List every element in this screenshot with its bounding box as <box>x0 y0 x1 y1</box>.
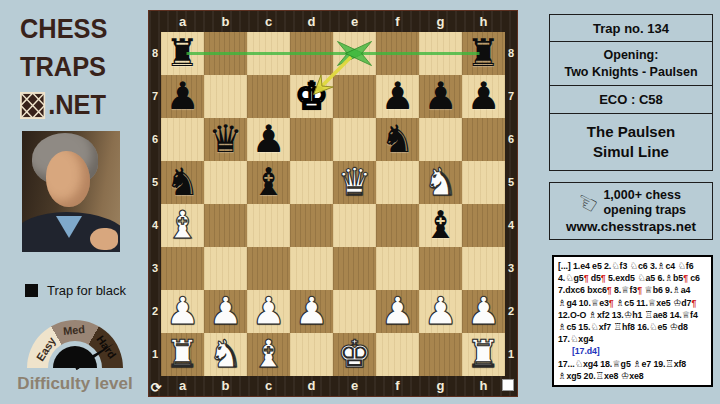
move-text: hf8 16. <box>622 322 649 332</box>
square-g4[interactable]: ♝ <box>419 204 462 247</box>
eco-code: ECO : C58 <box>599 92 663 107</box>
file-labels-top: abcdefgh <box>161 11 505 32</box>
key-move-mark: ¶ <box>609 298 614 308</box>
coord-label-6: 6 <box>149 118 161 161</box>
coord-label-e: e <box>333 11 376 32</box>
move-text: 8. <box>612 285 621 295</box>
square-a2[interactable]: ♟ <box>161 290 204 333</box>
black-bishop-c5[interactable]: ♝ <box>251 161 285 204</box>
square-h6[interactable] <box>462 118 505 161</box>
difficulty-gauge: Easy Med Hard <box>27 320 123 368</box>
move-text: xe8 <box>629 371 643 381</box>
square-a4[interactable]: ♝ <box>161 204 204 247</box>
figurine: ♘ <box>575 358 583 369</box>
variation-line: [17.d4] <box>572 345 708 357</box>
square-e8[interactable] <box>333 32 376 75</box>
black-rook-h8[interactable]: ♜ <box>466 32 500 75</box>
site-logo: CHESS TRAPS .NET <box>20 10 107 124</box>
coord-label-7: 7 <box>149 75 161 118</box>
move-text: f3 <box>620 261 630 271</box>
square-a3[interactable] <box>161 247 204 290</box>
key-move-mark: ¶ <box>691 298 696 308</box>
square-a7[interactable]: ♟ <box>161 75 204 118</box>
trap-side-label: Trap for black <box>47 283 126 298</box>
opening-label: Opening: <box>550 47 712 64</box>
opening-name: Two Knights - Paulsen <box>550 64 712 81</box>
square-c7[interactable] <box>247 75 290 118</box>
move-text: xe8 <box>604 371 621 381</box>
move-text: 5.exd5 <box>606 273 637 283</box>
coord-label-f: f <box>376 11 419 32</box>
coord-label-3: 3 <box>149 247 161 290</box>
square-g5[interactable]: ♞ <box>419 161 462 204</box>
black-knight-f6[interactable]: ♞ <box>380 118 414 161</box>
coord-label-d: d <box>290 375 333 396</box>
coord-label-3: 3 <box>505 247 517 290</box>
figurine: ♗ <box>665 272 673 283</box>
square-h3[interactable] <box>462 247 505 290</box>
square-b5[interactable] <box>204 161 247 204</box>
square-a6[interactable] <box>161 118 204 161</box>
figurine: ♕ <box>648 297 656 308</box>
logo-line2: TRAPS <box>20 48 107 86</box>
continuation-line: 17...♘xg4 18.♕g5 ♗e7 19.♖xf8 ♗xg5 20.♖xe… <box>558 358 708 382</box>
square-a8[interactable]: ♜ <box>161 32 204 75</box>
square-c8[interactable] <box>247 32 290 75</box>
coord-label-h: h <box>462 11 505 32</box>
move-text: xf7 <box>599 322 614 332</box>
move-text: a5 6. <box>646 273 665 283</box>
gauge-label-med: Med <box>63 323 86 337</box>
move-text: g5 <box>621 359 633 369</box>
figurine: ♗ <box>589 309 597 320</box>
black-queen-b6[interactable]: ♛ <box>208 118 242 161</box>
square-c5[interactable]: ♝ <box>247 161 290 204</box>
coord-label-a: a <box>161 11 204 32</box>
coord-label-4: 4 <box>149 204 161 247</box>
move-text: d5 <box>588 273 600 283</box>
presenter-photo <box>22 131 120 252</box>
coord-label-1: 1 <box>505 333 517 376</box>
white-to-move-indicator <box>502 379 514 391</box>
square-b3[interactable] <box>204 247 247 290</box>
square-e3[interactable] <box>333 247 376 290</box>
black-bishop-g4[interactable]: ♝ <box>423 204 457 247</box>
logo-suffix: .NET <box>48 86 106 124</box>
rank-labels-right: 87654321 <box>505 32 517 376</box>
file-labels-bottom: abcdefgh <box>161 375 505 396</box>
square-a1[interactable]: ♜ <box>161 333 204 376</box>
square-h7[interactable]: ♟ <box>462 75 505 118</box>
coord-label-7: 7 <box>505 75 517 118</box>
move-text: xg4 <box>578 334 593 344</box>
white-bishop-a4[interactable]: ♝ <box>165 204 199 247</box>
trap-number-box: Trap no. 134 <box>549 14 713 42</box>
trap-number: Trap no. 134 <box>593 21 669 36</box>
rank-labels-left: 87654321 <box>149 32 161 376</box>
black-square-swatch <box>25 284 38 297</box>
square-g1[interactable] <box>419 333 462 376</box>
square-c2[interactable]: ♟ <box>247 290 290 333</box>
square-d8[interactable] <box>290 32 333 75</box>
eco-box: ECO : C58 <box>549 85 713 114</box>
coord-label-c: c <box>247 375 290 396</box>
move-text: xe5 <box>656 298 673 308</box>
promo-line2: opening traps <box>603 203 686 218</box>
coord-label-8: 8 <box>505 32 517 75</box>
move-text: e5 <box>657 322 669 332</box>
move-text: d7 <box>681 298 691 308</box>
square-f7[interactable]: ♟ <box>376 75 419 118</box>
black-pawn-f7[interactable]: ♟ <box>380 75 414 118</box>
coord-label-b: b <box>204 11 247 32</box>
coord-label-6: 6 <box>505 118 517 161</box>
move-text: xf8 <box>674 359 686 369</box>
white-king-e1[interactable]: ♚ <box>337 333 371 376</box>
coord-label-e: e <box>333 375 376 396</box>
square-f5[interactable] <box>376 161 419 204</box>
figurine: ♘ <box>590 321 598 332</box>
figurine: ♖ <box>596 370 604 381</box>
white-rook-a1[interactable]: ♜ <box>165 333 199 376</box>
square-f1[interactable] <box>376 333 419 376</box>
white-pawn-a2[interactable]: ♟ <box>165 290 199 333</box>
opening-box: Opening: Two Knights - Paulsen <box>549 41 713 86</box>
net-board-icon <box>20 92 45 119</box>
promo-url[interactable]: www.chesstraps.net <box>550 218 712 236</box>
square-g8[interactable] <box>419 32 462 75</box>
white-rook-h1[interactable]: ♜ <box>466 333 500 376</box>
white-pawn-c2[interactable]: ♟ <box>251 290 285 333</box>
move-text: [...] 1.e4 e5 2. <box>558 261 611 271</box>
white-pawn-h2[interactable]: ♟ <box>466 290 500 333</box>
coord-label-c: c <box>247 11 290 32</box>
square-h2[interactable]: ♟ <box>462 290 505 333</box>
coord-label-a: a <box>161 375 204 396</box>
square-f6[interactable]: ♞ <box>376 118 419 161</box>
white-knight-b1[interactable]: ♞ <box>208 333 242 376</box>
square-e6[interactable] <box>333 118 376 161</box>
move-text: f4 <box>690 310 698 320</box>
white-pawn-g2[interactable]: ♟ <box>423 290 457 333</box>
coord-label-g: g <box>419 375 462 396</box>
coord-label-b: b <box>204 375 247 396</box>
coord-label-g: g <box>419 11 462 32</box>
figurine: ♕ <box>682 309 690 320</box>
figurine: ♘ <box>611 260 619 271</box>
page: CHESS TRAPS .NET Trap for black Easy Med… <box>0 0 720 404</box>
square-c6[interactable]: ♟ <box>247 118 290 161</box>
black-rook-a8[interactable]: ♜ <box>165 32 199 75</box>
square-f8[interactable] <box>376 32 419 75</box>
square-d3[interactable] <box>290 247 333 290</box>
white-pawn-d2[interactable]: ♟ <box>294 290 328 333</box>
move-text: c4 <box>665 261 677 271</box>
move-text: 17... <box>558 359 575 369</box>
move-text: a4 <box>681 285 691 295</box>
photo-hand <box>90 228 118 250</box>
white-knight-g5[interactable]: ♞ <box>423 161 457 204</box>
black-king-d7[interactable]: ♚ <box>294 75 328 118</box>
figurine: ♖ <box>645 309 653 320</box>
square-d6[interactable] <box>290 118 333 161</box>
square-e1[interactable]: ♚ <box>333 333 376 376</box>
figurine: ♕ <box>621 284 629 295</box>
coord-label-h: h <box>462 375 505 396</box>
coord-label-5: 5 <box>149 161 161 204</box>
black-pawn-g7[interactable]: ♟ <box>423 75 457 118</box>
square-h1[interactable]: ♜ <box>462 333 505 376</box>
promo-box[interactable]: ☜ 1,000+ chess opening traps www.chesstr… <box>549 182 713 240</box>
white-queen-e5[interactable]: ♛ <box>337 161 371 204</box>
black-knight-a5[interactable]: ♞ <box>165 161 199 204</box>
white-bishop-c1[interactable]: ♝ <box>251 333 285 376</box>
square-d7[interactable]: ♚ <box>290 75 333 118</box>
move-text: xg5 20. <box>566 371 595 381</box>
figurine: ♘ <box>677 260 685 271</box>
move-text: ae8 14. <box>653 310 682 320</box>
square-a5[interactable]: ♞ <box>161 161 204 204</box>
square-b1[interactable]: ♞ <box>204 333 247 376</box>
figurine: ♔ <box>669 321 677 332</box>
square-g7[interactable]: ♟ <box>419 75 462 118</box>
white-pawn-b2[interactable]: ♟ <box>208 290 242 333</box>
move-text: c6 3. <box>638 261 657 271</box>
coord-label-2: 2 <box>505 290 517 333</box>
figurine: ♘ <box>565 272 573 283</box>
square-e7[interactable] <box>333 75 376 118</box>
move-text: e7 19. <box>641 359 665 369</box>
figurine: ♘ <box>630 260 638 271</box>
figurine: ♕ <box>612 358 620 369</box>
square-b4[interactable] <box>204 204 247 247</box>
square-b8[interactable] <box>204 32 247 75</box>
square-e2[interactable] <box>333 290 376 333</box>
line-name-1: The Paulsen <box>587 122 675 142</box>
photo-face <box>46 151 90 207</box>
figurine: ♖ <box>665 358 673 369</box>
move-text: xf2 13. <box>597 310 624 320</box>
figurine: ♔ <box>624 309 632 320</box>
square-b6[interactable]: ♛ <box>204 118 247 161</box>
square-e5[interactable]: ♛ <box>333 161 376 204</box>
square-h5[interactable] <box>462 161 505 204</box>
square-h4[interactable] <box>462 204 505 247</box>
square-d2[interactable]: ♟ <box>290 290 333 333</box>
square-f3[interactable] <box>376 247 419 290</box>
figurine: ♖ <box>613 321 621 332</box>
square-g6[interactable] <box>419 118 462 161</box>
difficulty-label: Difficulty level <box>0 374 150 394</box>
move-text: b5 <box>673 273 683 283</box>
logo-line1: CHESS <box>20 10 107 48</box>
move-text: c5 11. <box>624 298 647 308</box>
figurine: ♔ <box>621 370 629 381</box>
square-f2[interactable]: ♟ <box>376 290 419 333</box>
coord-label-5: 5 <box>505 161 517 204</box>
move-text: h1 <box>632 310 644 320</box>
hand-pointer-icon: ☜ <box>572 187 602 218</box>
square-g3[interactable] <box>419 247 462 290</box>
move-text: e3 <box>599 298 609 308</box>
coord-label-2: 2 <box>149 290 161 333</box>
square-d1[interactable] <box>290 333 333 376</box>
move-text: g4 10. <box>566 298 590 308</box>
figurine: ♕ <box>644 284 652 295</box>
trap-side-indicator: Trap for black <box>25 283 126 298</box>
black-pawn-h7[interactable]: ♟ <box>466 75 500 118</box>
move-text: xg4 18. <box>583 359 612 369</box>
move-text: c5 15. <box>566 322 590 332</box>
line-name-2: Simul Line <box>593 142 669 162</box>
promo-line1: 1,000+ chess <box>603 188 686 203</box>
move-text: f3 <box>630 285 638 295</box>
coord-label-1: 1 <box>149 333 161 376</box>
coord-label-d: d <box>290 11 333 32</box>
square-d4[interactable] <box>290 204 333 247</box>
square-f4[interactable] <box>376 204 419 247</box>
line-name-box: The Paulsen Simul Line <box>549 113 713 171</box>
move-list-text: [...] 1.e4 e5 2.♘f3 ♘c6 3.♗c4 ♘f6 4.♘g5¶… <box>558 260 708 382</box>
square-c4[interactable] <box>247 204 290 247</box>
square-b7[interactable] <box>204 75 247 118</box>
square-d5[interactable] <box>290 161 333 204</box>
figurine: ♕ <box>591 297 599 308</box>
coord-label-8: 8 <box>149 32 161 75</box>
square-c3[interactable] <box>247 247 290 290</box>
move-text: b6 9. <box>653 285 673 295</box>
figurine: ♗ <box>672 284 680 295</box>
white-pawn-f2[interactable]: ♟ <box>380 290 414 333</box>
move-text: g5 <box>574 273 584 283</box>
board-squares: ♜♜♟♚♟♟♟♛♟♞♞♝♛♞♝♝♟♟♟♟♟♟♟♜♞♝♚♜ <box>161 32 505 376</box>
flip-board-icon[interactable]: ⟳ <box>149 377 163 398</box>
square-g2[interactable]: ♟ <box>419 290 462 333</box>
figurine: ♘ <box>637 272 645 283</box>
move-list-panel[interactable]: [...] 1.e4 e5 2.♘f3 ♘c6 3.♗c4 ♘f6 4.♘g5¶… <box>552 255 713 387</box>
square-h8[interactable]: ♜ <box>462 32 505 75</box>
square-c1[interactable]: ♝ <box>247 333 290 376</box>
square-b2[interactable]: ♟ <box>204 290 247 333</box>
move-text: 12.O-O <box>558 310 589 320</box>
coord-label-f: f <box>376 375 419 396</box>
black-pawn-a7[interactable]: ♟ <box>165 75 199 118</box>
black-pawn-c6[interactable]: ♟ <box>251 118 285 161</box>
chess-board: abcdefgh abcdefgh 87654321 87654321 ♜♜♟♚… <box>148 10 518 397</box>
coord-label-4: 4 <box>505 204 517 247</box>
square-e4[interactable] <box>333 204 376 247</box>
